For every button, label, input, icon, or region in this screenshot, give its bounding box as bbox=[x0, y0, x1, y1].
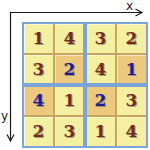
cell-r3c3: 2 bbox=[86, 86, 115, 115]
cell-r2c3: 4 bbox=[86, 55, 115, 84]
cell-digit: 3 bbox=[95, 30, 107, 47]
cell-r1c1: 1 bbox=[24, 24, 53, 53]
cell-digit: 2 bbox=[64, 61, 76, 78]
cell-r1c3: 3 bbox=[86, 24, 115, 53]
x-axis-label: x bbox=[126, 0, 133, 12]
cell-digit: 1 bbox=[64, 92, 76, 109]
sudoku-board: 1 4 3 2 3 2 4 1 4 1 2 3 2 3 1 4 bbox=[22, 22, 148, 148]
cell-r2c1: 3 bbox=[24, 55, 53, 84]
cell-digit: 4 bbox=[64, 30, 76, 47]
cell-r4c4: 4 bbox=[117, 117, 146, 146]
cell-digit: 3 bbox=[33, 61, 45, 78]
diagram-canvas: x y 1 4 3 2 3 2 4 1 4 1 2 3 2 3 1 4 bbox=[0, 0, 150, 150]
y-axis-label: y bbox=[1, 110, 8, 122]
cell-r2c4: 1 bbox=[117, 55, 146, 84]
cell-r3c4: 3 bbox=[117, 86, 146, 115]
box-divider-horizontal bbox=[24, 83, 146, 87]
cell-digit: 4 bbox=[95, 61, 107, 78]
cell-r1c4: 2 bbox=[117, 24, 146, 53]
cell-digit: 4 bbox=[33, 92, 45, 109]
cell-r3c1: 4 bbox=[24, 86, 53, 115]
cell-digit: 2 bbox=[95, 92, 107, 109]
cell-r4c1: 2 bbox=[24, 117, 53, 146]
cell-digit: 3 bbox=[126, 92, 138, 109]
cell-r1c2: 4 bbox=[55, 24, 84, 53]
cell-digit: 1 bbox=[126, 61, 138, 78]
cell-r3c2: 1 bbox=[55, 86, 84, 115]
cell-r2c2: 2 bbox=[55, 55, 84, 84]
cell-digit: 1 bbox=[33, 30, 45, 47]
cell-digit: 4 bbox=[126, 123, 138, 140]
cell-digit: 1 bbox=[95, 123, 107, 140]
cell-digit: 2 bbox=[33, 123, 45, 140]
cell-r4c3: 1 bbox=[86, 117, 115, 146]
cell-r4c2: 3 bbox=[55, 117, 84, 146]
cell-digit: 3 bbox=[64, 123, 76, 140]
cell-digit: 2 bbox=[126, 30, 138, 47]
